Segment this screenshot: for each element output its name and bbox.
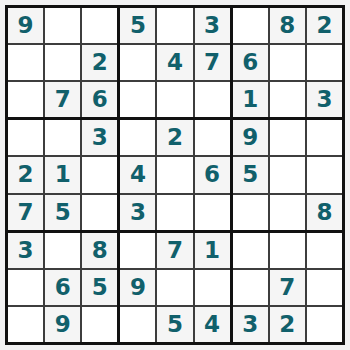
cell-r3c9: 3 — [307, 82, 342, 117]
cell-r1c8: 8 — [270, 8, 305, 43]
cell-r9c1[interactable] — [8, 307, 43, 342]
cell-r5c5[interactable] — [157, 157, 192, 192]
cell-r9c2: 9 — [45, 307, 80, 342]
cell-r3c3: 6 — [82, 82, 117, 117]
cell-r7c4[interactable] — [120, 233, 155, 268]
cell-r5c8[interactable] — [270, 157, 305, 192]
cell-r4c8[interactable] — [270, 120, 305, 155]
cell-r4c6[interactable] — [195, 120, 230, 155]
cell-r3c2: 7 — [45, 82, 80, 117]
cell-r2c1[interactable] — [8, 45, 43, 80]
box-r3c3: 732 — [233, 233, 342, 342]
cell-r2c7: 6 — [233, 45, 268, 80]
cell-r8c2: 6 — [45, 270, 80, 305]
cell-r6c2: 5 — [45, 195, 80, 230]
cell-r8c1[interactable] — [8, 270, 43, 305]
cell-r5c6: 6 — [195, 157, 230, 192]
box-r2c2: 2463 — [120, 120, 229, 229]
box-r1c1: 9276 — [8, 8, 117, 117]
cell-r3c1[interactable] — [8, 82, 43, 117]
cell-r5c4: 4 — [120, 157, 155, 192]
cell-r7c9[interactable] — [307, 233, 342, 268]
cell-r7c7[interactable] — [233, 233, 268, 268]
cell-r7c8[interactable] — [270, 233, 305, 268]
cell-r3c6[interactable] — [195, 82, 230, 117]
cell-r7c6: 1 — [195, 233, 230, 268]
cell-r6c8[interactable] — [270, 195, 305, 230]
sudoku-board: 92765347826133217524639583865971954732 — [5, 5, 345, 345]
cell-r3c5[interactable] — [157, 82, 192, 117]
page-background: 92765347826133217524639583865971954732 — [0, 0, 350, 350]
cell-r3c4[interactable] — [120, 82, 155, 117]
cell-r5c9[interactable] — [307, 157, 342, 192]
cell-r7c3: 8 — [82, 233, 117, 268]
cell-r6c5[interactable] — [157, 195, 192, 230]
cell-r5c3[interactable] — [82, 157, 117, 192]
cell-r1c7[interactable] — [233, 8, 268, 43]
box-r1c3: 82613 — [233, 8, 342, 117]
cell-r8c8: 7 — [270, 270, 305, 305]
cell-r1c4: 5 — [120, 8, 155, 43]
cell-r6c3[interactable] — [82, 195, 117, 230]
cell-r8c4: 9 — [120, 270, 155, 305]
cell-r8c6[interactable] — [195, 270, 230, 305]
cell-r4c4[interactable] — [120, 120, 155, 155]
cell-r9c7: 3 — [233, 307, 268, 342]
cell-r9c4[interactable] — [120, 307, 155, 342]
cell-r9c3[interactable] — [82, 307, 117, 342]
cell-r6c4: 3 — [120, 195, 155, 230]
cell-r6c1: 7 — [8, 195, 43, 230]
cell-r7c1: 3 — [8, 233, 43, 268]
cell-r7c2[interactable] — [45, 233, 80, 268]
cell-r5c1: 2 — [8, 157, 43, 192]
cell-r1c3[interactable] — [82, 8, 117, 43]
cell-r1c1: 9 — [8, 8, 43, 43]
cell-r4c2[interactable] — [45, 120, 80, 155]
cell-r3c8[interactable] — [270, 82, 305, 117]
cell-r1c5[interactable] — [157, 8, 192, 43]
box-r1c2: 5347 — [120, 8, 229, 117]
cell-r5c7: 5 — [233, 157, 268, 192]
box-r3c1: 38659 — [8, 233, 117, 342]
cell-r9c5: 5 — [157, 307, 192, 342]
cell-r4c3: 3 — [82, 120, 117, 155]
cell-r6c7[interactable] — [233, 195, 268, 230]
cell-r2c6: 7 — [195, 45, 230, 80]
box-r2c3: 958 — [233, 120, 342, 229]
cell-r8c9[interactable] — [307, 270, 342, 305]
cell-r9c6: 4 — [195, 307, 230, 342]
cell-r2c4[interactable] — [120, 45, 155, 80]
cell-r3c7: 1 — [233, 82, 268, 117]
cell-r2c2[interactable] — [45, 45, 80, 80]
cell-r7c5: 7 — [157, 233, 192, 268]
cell-r5c2: 1 — [45, 157, 80, 192]
cell-r1c2[interactable] — [45, 8, 80, 43]
cell-r1c6: 3 — [195, 8, 230, 43]
cell-r2c3: 2 — [82, 45, 117, 80]
cell-r8c3: 5 — [82, 270, 117, 305]
cell-r4c1[interactable] — [8, 120, 43, 155]
cell-r8c5[interactable] — [157, 270, 192, 305]
cell-r1c9: 2 — [307, 8, 342, 43]
cell-r9c9[interactable] — [307, 307, 342, 342]
box-r3c2: 71954 — [120, 233, 229, 342]
box-r2c1: 32175 — [8, 120, 117, 229]
cell-r4c7: 9 — [233, 120, 268, 155]
cell-r6c9: 8 — [307, 195, 342, 230]
cell-r2c8[interactable] — [270, 45, 305, 80]
cell-r6c6[interactable] — [195, 195, 230, 230]
cell-r2c9[interactable] — [307, 45, 342, 80]
cell-r9c8: 2 — [270, 307, 305, 342]
cell-r8c7[interactable] — [233, 270, 268, 305]
cell-r4c5: 2 — [157, 120, 192, 155]
cell-r4c9[interactable] — [307, 120, 342, 155]
cell-r2c5: 4 — [157, 45, 192, 80]
